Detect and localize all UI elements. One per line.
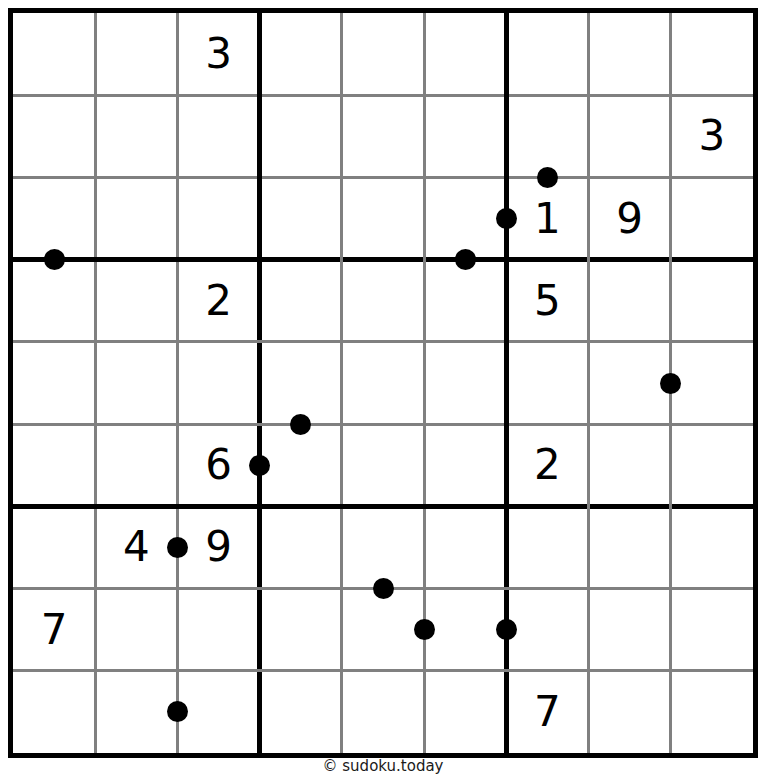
cell-R6C5[interactable] xyxy=(342,424,424,506)
cell-R5C8[interactable] xyxy=(589,342,671,424)
cell-R1C4[interactable] xyxy=(260,13,342,95)
cell-R7C7[interactable] xyxy=(506,506,588,588)
given-digit: 1 xyxy=(534,198,561,240)
sudoku-board: 331925624977 xyxy=(8,8,758,758)
cell-R5C6[interactable] xyxy=(424,342,506,424)
cell-R6C8[interactable] xyxy=(589,424,671,506)
cell-R7C2[interactable]: 4 xyxy=(95,506,177,588)
cell-R8C9[interactable] xyxy=(671,589,753,671)
cell-R2C4[interactable] xyxy=(260,95,342,177)
black-dot-constraint xyxy=(455,249,476,270)
cell-R2C3[interactable] xyxy=(177,95,259,177)
cell-R3C1[interactable] xyxy=(13,177,95,259)
black-dot-constraint xyxy=(496,208,517,229)
cell-R8C1[interactable]: 7 xyxy=(13,589,95,671)
given-digit: 3 xyxy=(699,115,726,157)
cell-R9C1[interactable] xyxy=(13,671,95,753)
cell-R3C9[interactable] xyxy=(671,177,753,259)
cell-R7C1[interactable] xyxy=(13,506,95,588)
cell-R1C1[interactable] xyxy=(13,13,95,95)
cell-R3C8[interactable]: 9 xyxy=(589,177,671,259)
given-digit: 5 xyxy=(534,280,561,322)
cell-R3C2[interactable] xyxy=(95,177,177,259)
given-digit: 9 xyxy=(616,198,643,240)
cell-R7C8[interactable] xyxy=(589,506,671,588)
cell-R2C1[interactable] xyxy=(13,95,95,177)
cell-R4C1[interactable] xyxy=(13,260,95,342)
cell-R8C5[interactable] xyxy=(342,589,424,671)
cell-R1C6[interactable] xyxy=(424,13,506,95)
cell-R5C2[interactable] xyxy=(95,342,177,424)
cell-R8C2[interactable] xyxy=(95,589,177,671)
given-digit: 7 xyxy=(534,691,561,733)
given-digit: 4 xyxy=(123,526,150,568)
cell-R4C5[interactable] xyxy=(342,260,424,342)
black-dot-constraint xyxy=(44,249,65,270)
black-dot-constraint xyxy=(249,455,270,476)
cell-R4C6[interactable] xyxy=(424,260,506,342)
cell-R6C9[interactable] xyxy=(671,424,753,506)
cell-R4C8[interactable] xyxy=(589,260,671,342)
cell-R7C6[interactable] xyxy=(424,506,506,588)
cell-R7C5[interactable] xyxy=(342,506,424,588)
given-digit: 6 xyxy=(205,444,232,486)
cell-R7C3[interactable]: 9 xyxy=(177,506,259,588)
cell-R4C3[interactable]: 2 xyxy=(177,260,259,342)
cell-R5C1[interactable] xyxy=(13,342,95,424)
cell-R2C2[interactable] xyxy=(95,95,177,177)
cell-R3C5[interactable] xyxy=(342,177,424,259)
given-digit: 9 xyxy=(205,526,232,568)
cell-R5C9[interactable] xyxy=(671,342,753,424)
black-dot-constraint xyxy=(373,578,394,599)
cell-R8C7[interactable] xyxy=(506,589,588,671)
cell-R9C2[interactable] xyxy=(95,671,177,753)
cell-R5C4[interactable] xyxy=(260,342,342,424)
cell-R4C9[interactable] xyxy=(671,260,753,342)
cell-R7C4[interactable] xyxy=(260,506,342,588)
cell-R3C6[interactable] xyxy=(424,177,506,259)
cell-R2C8[interactable] xyxy=(589,95,671,177)
cell-R4C4[interactable] xyxy=(260,260,342,342)
cell-R8C6[interactable] xyxy=(424,589,506,671)
cell-R2C9[interactable]: 3 xyxy=(671,95,753,177)
given-digit: 3 xyxy=(205,33,232,75)
cell-R9C5[interactable] xyxy=(342,671,424,753)
cell-R3C3[interactable] xyxy=(177,177,259,259)
black-dot-constraint xyxy=(660,373,681,394)
cell-R3C7[interactable]: 1 xyxy=(506,177,588,259)
cell-R6C4[interactable] xyxy=(260,424,342,506)
cell-R1C3[interactable]: 3 xyxy=(177,13,259,95)
copyright-text: © sudoku.today xyxy=(8,757,758,775)
black-dot-constraint xyxy=(290,414,311,435)
cell-R6C6[interactable] xyxy=(424,424,506,506)
cell-R5C5[interactable] xyxy=(342,342,424,424)
cell-R2C5[interactable] xyxy=(342,95,424,177)
cell-R9C4[interactable] xyxy=(260,671,342,753)
cell-R9C9[interactable] xyxy=(671,671,753,753)
cell-R8C4[interactable] xyxy=(260,589,342,671)
cell-R9C8[interactable] xyxy=(589,671,671,753)
given-digit: 2 xyxy=(534,444,561,486)
cell-R2C6[interactable] xyxy=(424,95,506,177)
cell-R4C2[interactable] xyxy=(95,260,177,342)
black-dot-constraint xyxy=(537,167,558,188)
given-digit: 2 xyxy=(205,280,232,322)
cell-R9C3[interactable] xyxy=(177,671,259,753)
cell-R1C8[interactable] xyxy=(589,13,671,95)
cell-R9C7[interactable]: 7 xyxy=(506,671,588,753)
cell-R1C7[interactable] xyxy=(506,13,588,95)
black-dot-constraint xyxy=(414,619,435,640)
cell-R5C7[interactable] xyxy=(506,342,588,424)
cell-R5C3[interactable] xyxy=(177,342,259,424)
cell-R2C7[interactable] xyxy=(506,95,588,177)
cell-R4C7[interactable]: 5 xyxy=(506,260,588,342)
cell-R1C2[interactable] xyxy=(95,13,177,95)
cell-R6C3[interactable]: 6 xyxy=(177,424,259,506)
cell-R1C5[interactable] xyxy=(342,13,424,95)
cell-R6C1[interactable] xyxy=(13,424,95,506)
cell-R9C6[interactable] xyxy=(424,671,506,753)
cell-R3C4[interactable] xyxy=(260,177,342,259)
cell-R8C3[interactable] xyxy=(177,589,259,671)
cell-R6C2[interactable] xyxy=(95,424,177,506)
cell-grid: 331925624977 xyxy=(13,13,753,753)
black-dot-constraint xyxy=(496,619,517,640)
cell-R7C9[interactable] xyxy=(671,506,753,588)
cell-R6C7[interactable]: 2 xyxy=(506,424,588,506)
black-dot-constraint xyxy=(167,537,188,558)
page: 331925624977 © sudoku.today xyxy=(0,0,767,777)
given-digit: 7 xyxy=(41,609,68,651)
cell-R8C8[interactable] xyxy=(589,589,671,671)
cell-R1C9[interactable] xyxy=(671,13,753,95)
